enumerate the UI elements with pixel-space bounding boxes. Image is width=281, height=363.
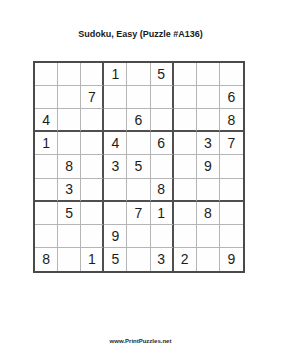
cell-r9c7-given: 2	[174, 248, 197, 271]
cell-r2c3-given: 7	[81, 86, 104, 109]
cell-r9c5-empty[interactable]	[127, 248, 150, 271]
sudoku-page: Sudoku, Easy (Puzzle #A136) 157646814637…	[0, 0, 281, 363]
cell-r9c9-given: 9	[220, 248, 243, 271]
cell-r7c8-given: 8	[197, 202, 220, 225]
cell-r5c6-empty[interactable]	[151, 155, 174, 178]
cell-r8c8-empty[interactable]	[197, 225, 220, 248]
cell-r9c1-given: 8	[35, 248, 58, 271]
cell-r9c4-given: 5	[104, 248, 127, 271]
cell-r5c5-given: 5	[127, 155, 150, 178]
cell-r6c3-empty[interactable]	[81, 179, 104, 202]
cell-r2c8-empty[interactable]	[197, 86, 220, 109]
cell-r1c3-empty[interactable]	[81, 63, 104, 86]
cell-r4c6-given: 6	[151, 132, 174, 155]
cell-r3c6-empty[interactable]	[151, 109, 174, 132]
cell-r1c7-empty[interactable]	[174, 63, 197, 86]
cell-r3c7-empty[interactable]	[174, 109, 197, 132]
cell-r9c8-empty[interactable]	[197, 248, 220, 271]
cell-r8c7-empty[interactable]	[174, 225, 197, 248]
cell-r7c6-given: 1	[151, 202, 174, 225]
cell-r1c4-given: 1	[104, 63, 127, 86]
cell-r4c8-given: 3	[197, 132, 220, 155]
cell-r3c5-given: 6	[127, 109, 150, 132]
cell-r3c8-empty[interactable]	[197, 109, 220, 132]
cell-r3c4-empty[interactable]	[104, 109, 127, 132]
cell-r3c9-given: 8	[220, 109, 243, 132]
cell-r4c9-given: 7	[220, 132, 243, 155]
cell-r6c8-empty[interactable]	[197, 179, 220, 202]
cell-r7c4-empty[interactable]	[104, 202, 127, 225]
cell-r6c7-empty[interactable]	[174, 179, 197, 202]
cell-r4c5-empty[interactable]	[127, 132, 150, 155]
cell-r5c3-empty[interactable]	[81, 155, 104, 178]
cell-r8c2-empty[interactable]	[58, 225, 81, 248]
cell-r2c1-empty[interactable]	[35, 86, 58, 109]
sudoku-board: 15764681463783593857189815329	[33, 61, 245, 273]
cell-r5c8-given: 9	[197, 155, 220, 178]
cell-r4c2-empty[interactable]	[58, 132, 81, 155]
cell-r4c7-empty[interactable]	[174, 132, 197, 155]
cell-r6c2-given: 3	[58, 179, 81, 202]
cell-r5c1-empty[interactable]	[35, 155, 58, 178]
cell-r4c3-empty[interactable]	[81, 132, 104, 155]
cell-r6c9-empty[interactable]	[220, 179, 243, 202]
cell-r1c9-empty[interactable]	[220, 63, 243, 86]
cell-r7c1-empty[interactable]	[35, 202, 58, 225]
cell-r1c1-empty[interactable]	[35, 63, 58, 86]
cell-r2c5-empty[interactable]	[127, 86, 150, 109]
cell-r2c9-given: 6	[220, 86, 243, 109]
cell-r8c4-given: 9	[104, 225, 127, 248]
cell-r6c5-empty[interactable]	[127, 179, 150, 202]
cell-r6c1-empty[interactable]	[35, 179, 58, 202]
cell-r3c3-empty[interactable]	[81, 109, 104, 132]
cell-r3c1-given: 4	[35, 109, 58, 132]
cell-r2c7-empty[interactable]	[174, 86, 197, 109]
cell-r7c3-empty[interactable]	[81, 202, 104, 225]
cell-r6c4-empty[interactable]	[104, 179, 127, 202]
cell-r2c6-empty[interactable]	[151, 86, 174, 109]
cell-r6c6-given: 8	[151, 179, 174, 202]
cell-r1c8-empty[interactable]	[197, 63, 220, 86]
cell-r1c6-given: 5	[151, 63, 174, 86]
cell-r7c9-empty[interactable]	[220, 202, 243, 225]
cell-r2c4-empty[interactable]	[104, 86, 127, 109]
page-title: Sudoku, Easy (Puzzle #A136)	[0, 29, 281, 39]
cell-r7c5-given: 7	[127, 202, 150, 225]
cell-r7c2-given: 5	[58, 202, 81, 225]
cell-r3c2-empty[interactable]	[58, 109, 81, 132]
cell-r8c1-empty[interactable]	[35, 225, 58, 248]
footer-url: www.PrintPuzzles.net	[0, 338, 281, 344]
cell-r9c3-given: 1	[81, 248, 104, 271]
cell-r4c4-given: 4	[104, 132, 127, 155]
cell-r5c2-given: 8	[58, 155, 81, 178]
cell-r9c6-given: 3	[151, 248, 174, 271]
cell-r2c2-empty[interactable]	[58, 86, 81, 109]
cell-r8c6-empty[interactable]	[151, 225, 174, 248]
cell-r1c2-empty[interactable]	[58, 63, 81, 86]
cell-r8c5-empty[interactable]	[127, 225, 150, 248]
cell-r5c9-empty[interactable]	[220, 155, 243, 178]
cell-r9c2-empty[interactable]	[58, 248, 81, 271]
cell-r5c4-given: 3	[104, 155, 127, 178]
cell-r8c9-empty[interactable]	[220, 225, 243, 248]
cell-r1c5-empty[interactable]	[127, 63, 150, 86]
cell-r7c7-empty[interactable]	[174, 202, 197, 225]
cell-r5c7-empty[interactable]	[174, 155, 197, 178]
cell-r8c3-empty[interactable]	[81, 225, 104, 248]
cell-r4c1-given: 1	[35, 132, 58, 155]
